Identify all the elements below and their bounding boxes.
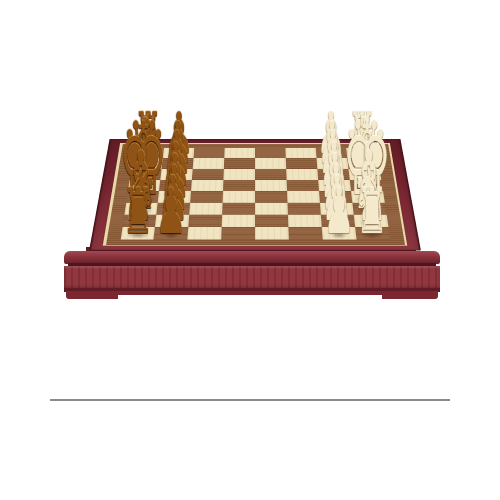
- board-square-dark: [315, 148, 346, 158]
- board-square-light: [288, 214, 322, 226]
- board-square-light: [163, 148, 194, 158]
- chess-set-photo: [100, 36, 410, 346]
- board-square-dark: [287, 203, 320, 215]
- board-square-dark: [255, 214, 288, 226]
- board-square-light: [131, 158, 163, 169]
- board-square-dark: [189, 214, 223, 226]
- chess-board: [89, 139, 421, 251]
- board-square-dark: [352, 203, 386, 215]
- board-square-light: [223, 191, 255, 203]
- board-square-dark: [192, 169, 224, 180]
- board-square-light: [318, 180, 351, 191]
- board-square-light: [285, 148, 316, 158]
- board-square-dark: [288, 227, 322, 240]
- board-square-light: [161, 169, 193, 180]
- product-photo-canvas: ♜♞♝♛♚♝♞♜♟♟♟♟♟♟♟♟♟♟♟♟♟♟♟♟♜♞♝♛♚♝♞♜: [0, 0, 500, 500]
- board-square-light: [351, 191, 385, 203]
- board-square-light: [188, 227, 222, 240]
- board-square-light: [321, 227, 356, 240]
- board-square-light: [222, 214, 255, 226]
- board-square-dark: [157, 203, 191, 215]
- board-square-dark: [190, 191, 223, 203]
- divider-line: [50, 399, 450, 401]
- board-square-dark: [222, 203, 255, 215]
- board-square-light: [158, 191, 191, 203]
- board-square-light: [255, 158, 286, 169]
- board-square-light: [255, 180, 287, 191]
- board-square-light: [191, 180, 223, 191]
- board-square-dark: [162, 158, 194, 169]
- board-square-light: [189, 203, 222, 215]
- board-square-dark: [194, 148, 225, 158]
- board-square-dark: [347, 158, 379, 169]
- board-square-light: [224, 169, 255, 180]
- board-square-light: [346, 148, 378, 158]
- board-square-light: [193, 158, 224, 169]
- checkerboard: [120, 148, 390, 240]
- board-square-dark: [286, 158, 317, 169]
- board-square-dark: [221, 227, 255, 240]
- board-square-dark: [159, 180, 192, 191]
- board-square-dark: [255, 191, 287, 203]
- board-square-light: [348, 169, 381, 180]
- board-square-light: [224, 148, 255, 158]
- board-square-dark: [132, 148, 164, 158]
- board-square-light: [120, 227, 155, 240]
- board-square-dark: [286, 180, 318, 191]
- board-square-light: [353, 214, 388, 226]
- board-square-dark: [355, 227, 390, 240]
- board-square-dark: [319, 191, 352, 203]
- board-square-light: [155, 214, 189, 226]
- board-square-dark: [126, 191, 160, 203]
- board-square-light: [316, 158, 348, 169]
- board-square-light: [286, 169, 318, 180]
- board-square-dark: [122, 214, 157, 226]
- board-square-dark: [224, 158, 255, 169]
- board-square-dark: [129, 169, 162, 180]
- board-square-light: [320, 203, 354, 215]
- board-square-dark: [349, 180, 382, 191]
- board-square-light: [255, 227, 289, 240]
- board-square-dark: [154, 227, 189, 240]
- board-square-dark: [255, 148, 286, 158]
- board-square-dark: [255, 169, 286, 180]
- board-square-dark: [317, 169, 349, 180]
- board-square-dark: [321, 214, 355, 226]
- board-square-light: [124, 203, 158, 215]
- board-square-light: [255, 203, 288, 215]
- board-square-light: [287, 191, 320, 203]
- board-square-dark: [223, 180, 255, 191]
- board-square-light: [128, 180, 161, 191]
